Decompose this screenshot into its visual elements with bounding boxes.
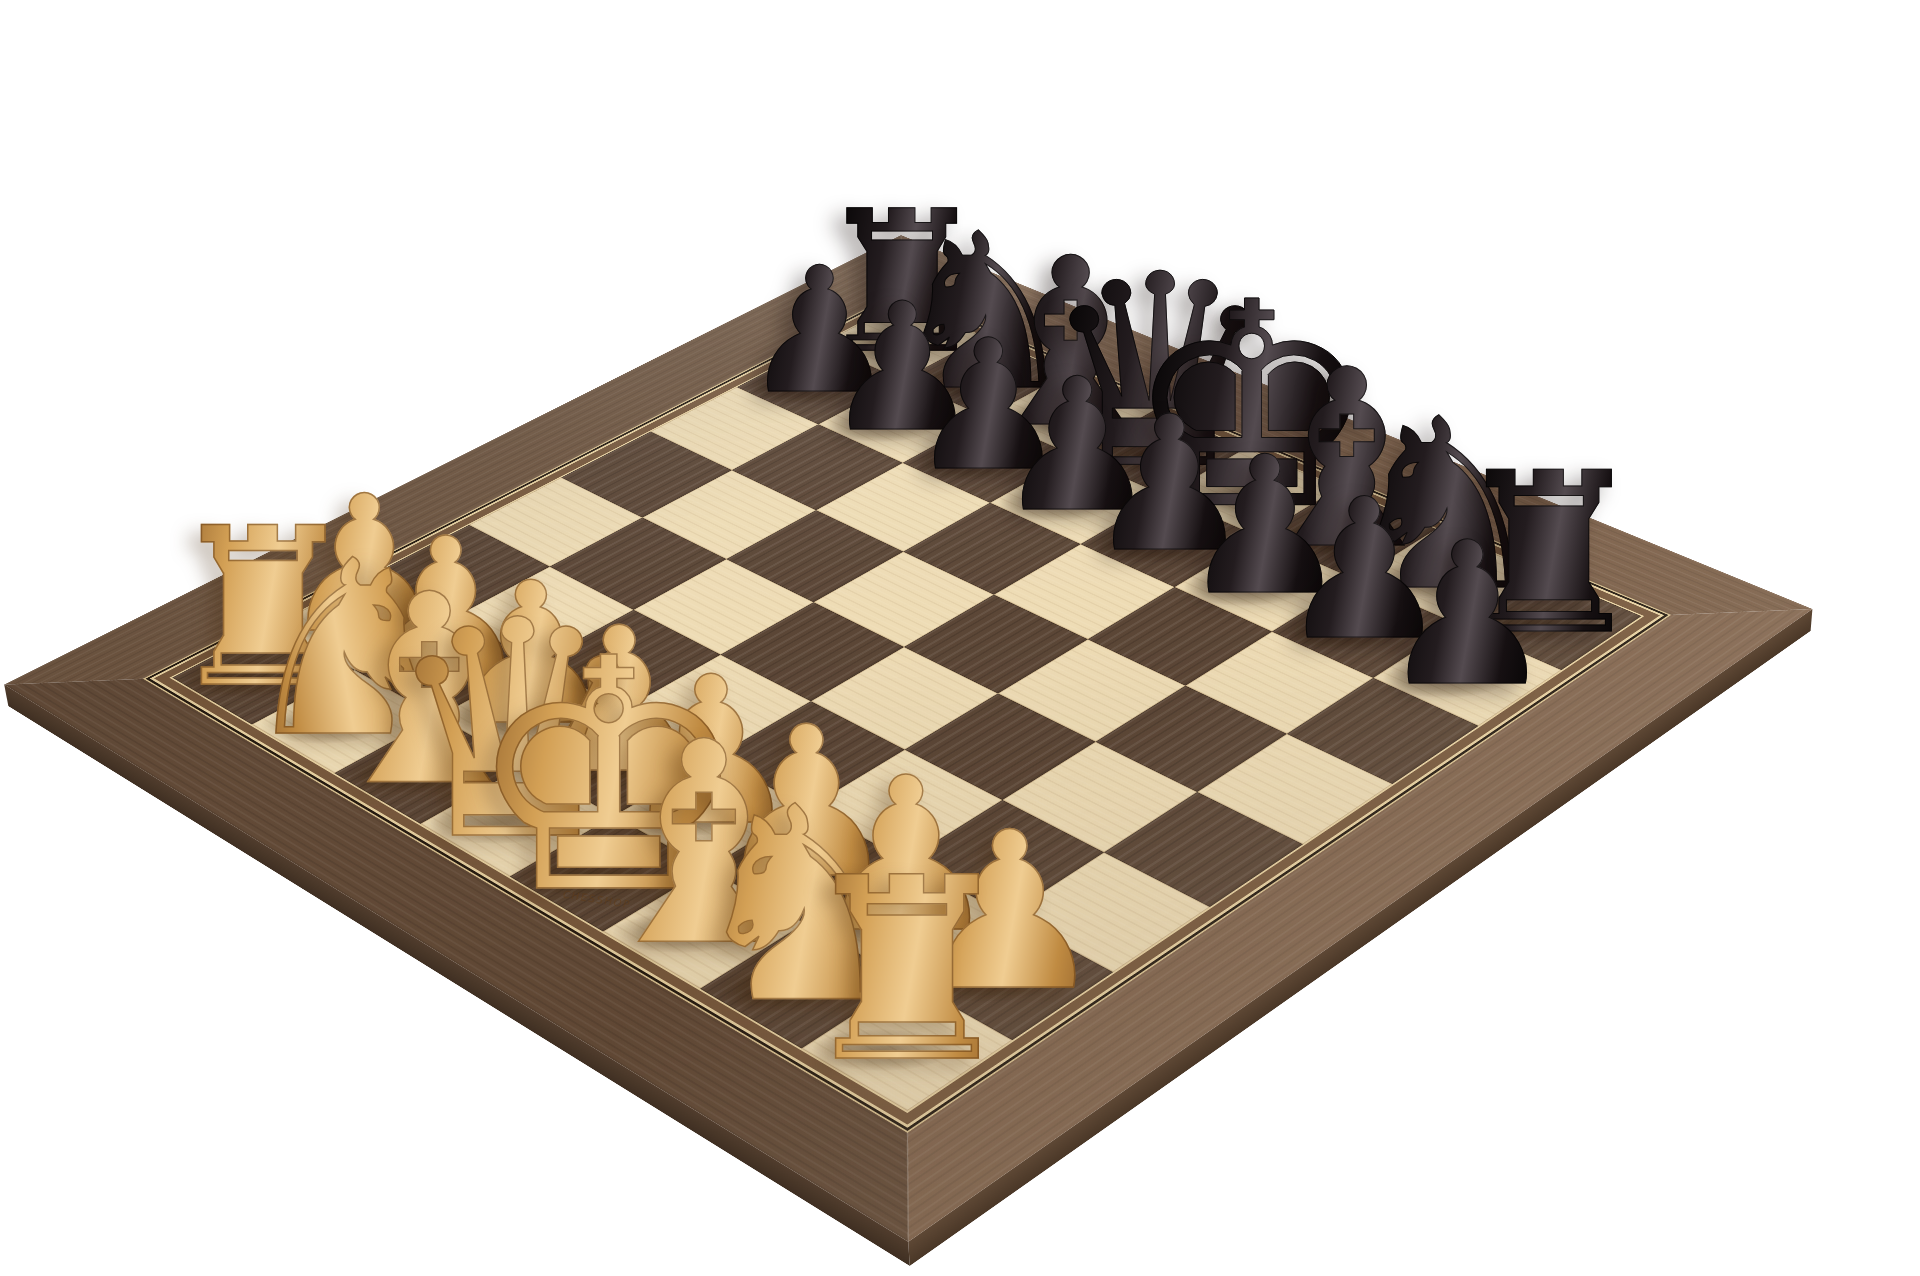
piece-black-pawn-h7[interactable]: ♟	[1379, 517, 1556, 715]
piece-white-rook-h1[interactable]: ♜	[793, 843, 1020, 1096]
square-f5[interactable]	[998, 639, 1185, 741]
square-g5[interactable]	[1096, 686, 1287, 792]
product-photo-background: ♜♞♝♛♚♝♞♜♟♟♟♟♟♟♟♟♟♟♟♟♟♟♟♟♜♞♝♛♚♝♞♜ CHESSHO…	[0, 0, 1920, 1276]
